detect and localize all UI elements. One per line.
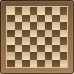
square-g7[interactable] [52, 15, 60, 23]
square-h3[interactable] [60, 45, 68, 53]
square-g3[interactable] [52, 45, 60, 53]
square-h6[interactable] [60, 22, 68, 30]
square-g5[interactable] [52, 30, 60, 38]
square-e5[interactable] [37, 30, 45, 38]
square-a5[interactable] [7, 30, 15, 38]
square-c1[interactable] [22, 60, 30, 68]
square-d4[interactable] [30, 37, 38, 45]
square-b7[interactable] [15, 15, 23, 23]
square-c3[interactable] [22, 45, 30, 53]
square-a1[interactable] [7, 60, 15, 68]
square-d8[interactable] [30, 7, 38, 15]
square-h2[interactable] [60, 52, 68, 60]
square-d3[interactable] [30, 45, 38, 53]
board-inner-trim [6, 6, 68, 68]
square-a8[interactable] [7, 7, 15, 15]
square-e2[interactable] [37, 52, 45, 60]
square-f3[interactable] [45, 45, 53, 53]
square-e1[interactable] [37, 60, 45, 68]
chessboard [0, 0, 74, 74]
square-f4[interactable] [45, 37, 53, 45]
square-a6[interactable] [7, 22, 15, 30]
square-b3[interactable] [15, 45, 23, 53]
square-f5[interactable] [45, 30, 53, 38]
square-e7[interactable] [37, 15, 45, 23]
square-a3[interactable] [7, 45, 15, 53]
square-c6[interactable] [22, 22, 30, 30]
square-f2[interactable] [45, 52, 53, 60]
square-d2[interactable] [30, 52, 38, 60]
board-grid [7, 7, 67, 67]
square-d1[interactable] [30, 60, 38, 68]
square-f6[interactable] [45, 22, 53, 30]
square-h1[interactable] [60, 60, 68, 68]
square-a2[interactable] [7, 52, 15, 60]
square-c5[interactable] [22, 30, 30, 38]
square-h4[interactable] [60, 37, 68, 45]
square-b5[interactable] [15, 30, 23, 38]
square-b4[interactable] [15, 37, 23, 45]
square-g8[interactable] [52, 7, 60, 15]
board-frame [1, 1, 73, 73]
square-b1[interactable] [15, 60, 23, 68]
square-c7[interactable] [22, 15, 30, 23]
square-h8[interactable] [60, 7, 68, 15]
square-a4[interactable] [7, 37, 15, 45]
square-c4[interactable] [22, 37, 30, 45]
square-b2[interactable] [15, 52, 23, 60]
square-d7[interactable] [30, 15, 38, 23]
square-d6[interactable] [30, 22, 38, 30]
square-g1[interactable] [52, 60, 60, 68]
square-e8[interactable] [37, 7, 45, 15]
square-b8[interactable] [15, 7, 23, 15]
square-g2[interactable] [52, 52, 60, 60]
square-h7[interactable] [60, 15, 68, 23]
square-h5[interactable] [60, 30, 68, 38]
square-a7[interactable] [7, 15, 15, 23]
square-c8[interactable] [22, 7, 30, 15]
square-e3[interactable] [37, 45, 45, 53]
square-f8[interactable] [45, 7, 53, 15]
square-e4[interactable] [37, 37, 45, 45]
square-d5[interactable] [30, 30, 38, 38]
board-outer-edge [0, 0, 74, 74]
square-g4[interactable] [52, 37, 60, 45]
square-g6[interactable] [52, 22, 60, 30]
square-f1[interactable] [45, 60, 53, 68]
square-b6[interactable] [15, 22, 23, 30]
square-e6[interactable] [37, 22, 45, 30]
square-f7[interactable] [45, 15, 53, 23]
square-c2[interactable] [22, 52, 30, 60]
